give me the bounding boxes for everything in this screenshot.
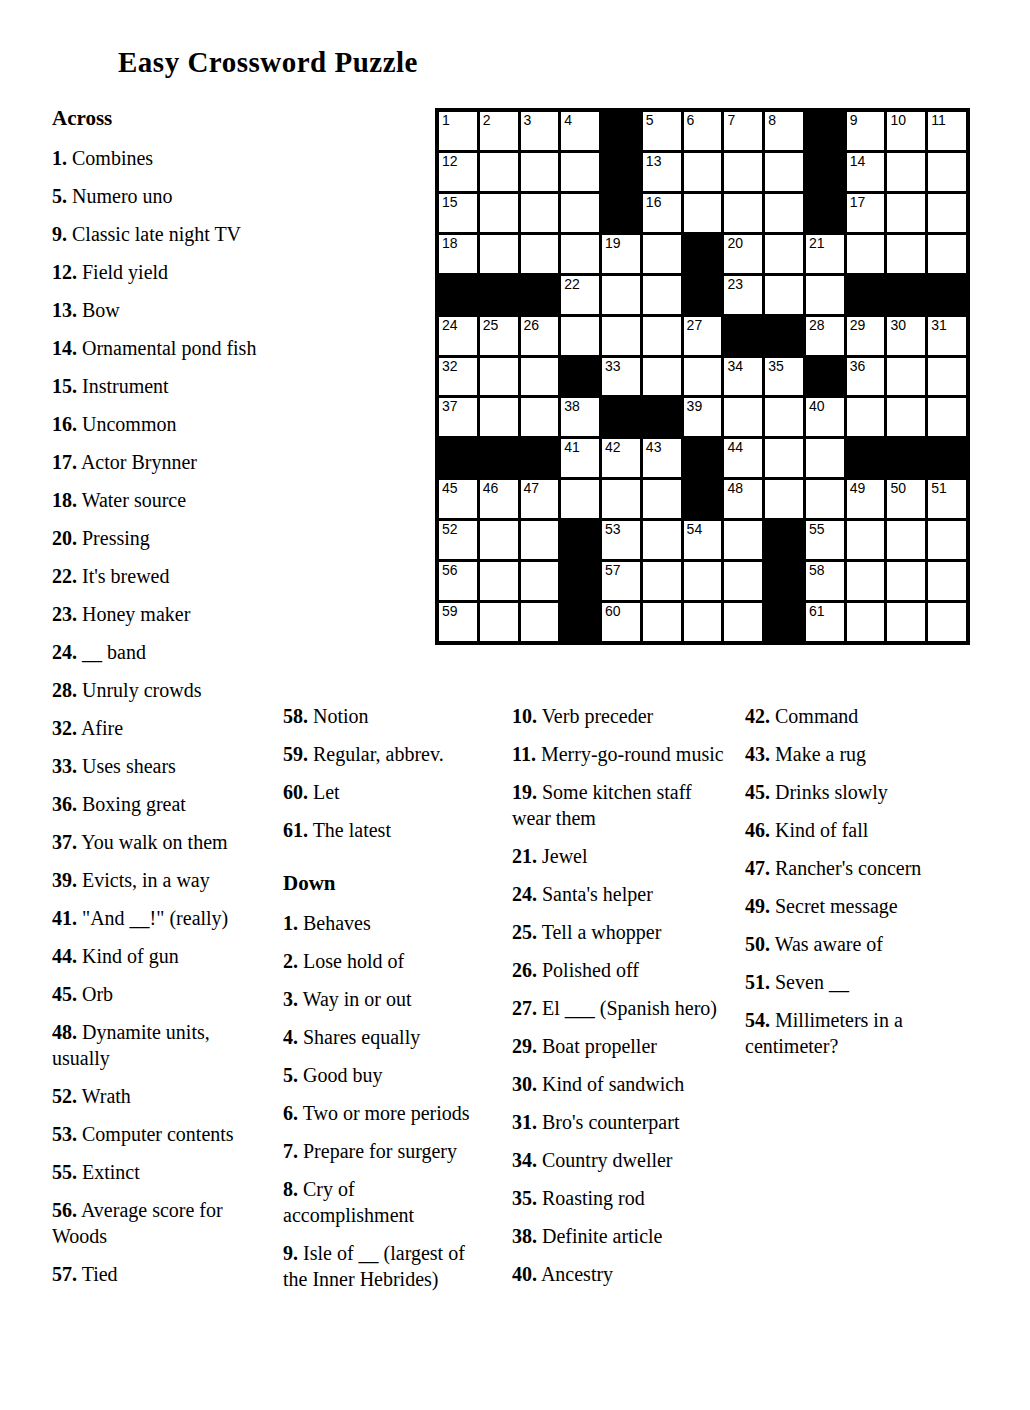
block-cell: [602, 398, 640, 436]
letter-cell[interactable]: [643, 562, 681, 600]
cell-number: 14: [850, 153, 866, 170]
cell-number: 59: [442, 603, 458, 620]
cell-number: 17: [850, 194, 866, 211]
letter-cell[interactable]: [928, 603, 966, 641]
clue-number: 17.: [52, 451, 77, 473]
clue-number: 42.: [745, 705, 770, 727]
letter-cell[interactable]: [643, 358, 681, 396]
letter-cell[interactable]: 29: [847, 317, 885, 355]
letter-cell[interactable]: 2: [480, 112, 518, 150]
letter-cell[interactable]: [561, 317, 599, 355]
clue-number: 20.: [52, 527, 77, 549]
letter-cell[interactable]: [602, 480, 640, 518]
letter-cell[interactable]: 33: [602, 358, 640, 396]
clue-across-24: 24. __ band: [52, 639, 257, 665]
letter-cell[interactable]: [724, 398, 762, 436]
letter-cell[interactable]: [928, 398, 966, 436]
block-cell: [928, 439, 966, 477]
block-cell: [684, 235, 722, 273]
block-cell: [847, 276, 885, 314]
letter-cell[interactable]: 30: [887, 317, 925, 355]
letter-cell[interactable]: 34: [724, 358, 762, 396]
clue-number: 61.: [283, 819, 308, 841]
letter-cell[interactable]: [887, 194, 925, 232]
letter-cell[interactable]: [480, 562, 518, 600]
letter-cell[interactable]: 28: [806, 317, 844, 355]
cell-number: 4: [564, 112, 572, 129]
letter-cell[interactable]: 36: [847, 358, 885, 396]
letter-cell[interactable]: [928, 153, 966, 191]
clue-down-38: 38. Definite article: [512, 1223, 724, 1249]
letter-cell[interactable]: 39: [684, 398, 722, 436]
block-cell: [684, 480, 722, 518]
block-cell: [765, 562, 803, 600]
letter-cell[interactable]: 10: [887, 112, 925, 150]
letter-cell[interactable]: 1: [439, 112, 477, 150]
clue-across-39: 39. Evicts, in a way: [52, 867, 257, 893]
clue-number: 1.: [52, 147, 67, 169]
cell-number: 57: [605, 562, 621, 579]
cell-number: 40: [809, 398, 825, 415]
letter-cell[interactable]: [521, 562, 559, 600]
clue-down-35: 35. Roasting rod: [512, 1185, 724, 1211]
cell-number: 2: [483, 112, 491, 129]
clue-down-27: 27. El ___ (Spanish hero): [512, 995, 724, 1021]
letter-cell[interactable]: [765, 276, 803, 314]
clue-number: 49.: [745, 895, 770, 917]
letter-cell[interactable]: [521, 398, 559, 436]
clue-down-8: 8. Cry of accomplishment: [283, 1176, 485, 1228]
clue-across-18: 18. Water source: [52, 487, 257, 513]
cell-number: 45: [442, 480, 458, 497]
letter-cell[interactable]: [928, 521, 966, 559]
clue-down-5: 5. Good buy: [283, 1062, 485, 1088]
letter-cell[interactable]: 31: [928, 317, 966, 355]
clue-number: 31.: [512, 1111, 537, 1133]
letter-cell[interactable]: [806, 439, 844, 477]
letter-cell[interactable]: [602, 317, 640, 355]
cell-number: 56: [442, 562, 458, 579]
cell-number: 49: [850, 480, 866, 497]
letter-cell[interactable]: [643, 276, 681, 314]
letter-cell[interactable]: [847, 603, 885, 641]
block-cell: [887, 276, 925, 314]
letter-cell[interactable]: [480, 153, 518, 191]
letter-cell[interactable]: [521, 194, 559, 232]
clue-down-31: 31. Bro's counterpart: [512, 1109, 724, 1135]
clue-number: 10.: [512, 705, 537, 727]
cell-number: 38: [564, 398, 580, 415]
letter-cell[interactable]: [561, 153, 599, 191]
letter-cell[interactable]: [928, 358, 966, 396]
clue-number: 14.: [52, 337, 77, 359]
clue-down-21: 21. Jewel: [512, 843, 724, 869]
letter-cell[interactable]: [765, 194, 803, 232]
clue-down-46: 46. Kind of fall: [745, 817, 973, 843]
letter-cell[interactable]: 6: [684, 112, 722, 150]
cell-number: 53: [605, 521, 621, 538]
letter-cell[interactable]: [521, 603, 559, 641]
block-cell: [765, 317, 803, 355]
block-cell: [806, 194, 844, 232]
letter-cell[interactable]: [602, 276, 640, 314]
clue-across-20: 20. Pressing: [52, 525, 257, 551]
letter-cell[interactable]: [521, 153, 559, 191]
clue-number: 9.: [283, 1242, 298, 1264]
letter-cell[interactable]: [724, 603, 762, 641]
clue-across-12: 12. Field yield: [52, 259, 257, 285]
clue-number: 44.: [52, 945, 77, 967]
clue-number: 33.: [52, 755, 77, 777]
clue-number: 52.: [52, 1085, 77, 1107]
letter-cell[interactable]: [928, 194, 966, 232]
letter-cell[interactable]: [521, 521, 559, 559]
letter-cell[interactable]: [724, 153, 762, 191]
cell-number: 47: [524, 480, 540, 497]
letter-cell[interactable]: 60: [602, 603, 640, 641]
cell-number: 52: [442, 521, 458, 538]
letter-cell[interactable]: 13: [643, 153, 681, 191]
letter-cell[interactable]: 52: [439, 521, 477, 559]
cell-number: 6: [687, 112, 695, 129]
cell-number: 10: [890, 112, 906, 129]
letter-cell[interactable]: 56: [439, 562, 477, 600]
down-header: Down: [283, 870, 485, 896]
letter-cell[interactable]: [643, 235, 681, 273]
letter-cell[interactable]: [928, 235, 966, 273]
clue-down-25: 25. Tell a whopper: [512, 919, 724, 945]
letter-cell[interactable]: [887, 153, 925, 191]
letter-cell[interactable]: [847, 521, 885, 559]
letter-cell[interactable]: [643, 480, 681, 518]
block-cell: [480, 276, 518, 314]
letter-cell[interactable]: [521, 358, 559, 396]
letter-cell[interactable]: [521, 235, 559, 273]
clue-across-53: 53. Computer contents: [52, 1121, 257, 1147]
letter-cell[interactable]: 42: [602, 439, 640, 477]
clue-number: 7.: [283, 1140, 298, 1162]
clue-down-9: 9. Isle of __ (largest of the Inner Hebr…: [283, 1240, 485, 1292]
cell-number: 5: [646, 112, 654, 129]
letter-cell[interactable]: 14: [847, 153, 885, 191]
block-cell: [643, 398, 681, 436]
cell-number: 60: [605, 603, 621, 620]
cell-number: 44: [727, 439, 743, 456]
clue-number: 32.: [52, 717, 77, 739]
clue-down-51: 51. Seven __: [745, 969, 973, 995]
page-title: Easy Crossword Puzzle: [118, 46, 418, 79]
letter-cell[interactable]: [480, 603, 518, 641]
letter-cell[interactable]: 49: [847, 480, 885, 518]
cell-number: 42: [605, 439, 621, 456]
clue-number: 34.: [512, 1149, 537, 1171]
clue-down-24: 24. Santa's helper: [512, 881, 724, 907]
letter-cell[interactable]: 16: [643, 194, 681, 232]
clue-down-40: 40. Ancestry: [512, 1261, 724, 1287]
clue-number: 43.: [745, 743, 770, 765]
letter-cell[interactable]: 8: [765, 112, 803, 150]
clue-down-47: 47. Rancher's concern: [745, 855, 973, 881]
letter-cell[interactable]: 5: [643, 112, 681, 150]
clue-number: 9.: [52, 223, 67, 245]
clue-down-54: 54. Millimeters in a centimeter?: [745, 1007, 973, 1059]
cell-number: 36: [850, 358, 866, 375]
clue-number: 6.: [283, 1102, 298, 1124]
letter-cell[interactable]: [887, 603, 925, 641]
clue-across-1: 1. Combines: [52, 145, 257, 171]
letter-cell[interactable]: 40: [806, 398, 844, 436]
clue-down-50: 50. Was aware of: [745, 931, 973, 957]
clue-down-49: 49. Secret message: [745, 893, 973, 919]
letter-cell[interactable]: [765, 480, 803, 518]
letter-cell[interactable]: 50: [887, 480, 925, 518]
cell-number: 24: [442, 317, 458, 334]
cell-number: 34: [727, 358, 743, 375]
block-cell: [561, 358, 599, 396]
cell-number: 13: [646, 153, 662, 170]
letter-cell[interactable]: 15: [439, 194, 477, 232]
clue-number: 29.: [512, 1035, 537, 1057]
letter-cell[interactable]: [847, 562, 885, 600]
clue-number: 18.: [52, 489, 77, 511]
clue-across-9: 9. Classic late night TV: [52, 221, 257, 247]
clue-number: 24.: [512, 883, 537, 905]
letter-cell[interactable]: [887, 398, 925, 436]
clue-down-4: 4. Shares equally: [283, 1024, 485, 1050]
block-cell: [806, 358, 844, 396]
clue-down-3: 3. Way in or out: [283, 986, 485, 1012]
clue-down-45: 45. Drinks slowly: [745, 779, 973, 805]
block-cell: [521, 276, 559, 314]
clue-number: 5.: [52, 185, 67, 207]
cell-number: 46: [483, 480, 499, 497]
letter-cell[interactable]: [480, 235, 518, 273]
letter-cell[interactable]: [887, 358, 925, 396]
letter-cell[interactable]: 53: [602, 521, 640, 559]
clue-across-61: 61. The latest: [283, 817, 485, 843]
letter-cell[interactable]: [765, 153, 803, 191]
cell-number: 30: [890, 317, 906, 334]
cell-number: 58: [809, 562, 825, 579]
clue-across-37: 37. You walk on them: [52, 829, 257, 855]
clue-down-19: 19. Some kitchen staff wear them: [512, 779, 724, 831]
letter-cell[interactable]: 41: [561, 439, 599, 477]
down-clues-part2: 10. Verb preceder11. Merry-go-round musi…: [512, 703, 724, 1287]
letter-cell[interactable]: [684, 562, 722, 600]
letter-cell[interactable]: [643, 317, 681, 355]
clue-number: 57.: [52, 1263, 77, 1285]
block-cell: [847, 439, 885, 477]
cell-number: 28: [809, 317, 825, 334]
letter-cell[interactable]: 32: [439, 358, 477, 396]
letter-cell[interactable]: 4: [561, 112, 599, 150]
clue-across-59: 59. Regular, abbrev.: [283, 741, 485, 767]
letter-cell[interactable]: [724, 521, 762, 559]
letter-cell[interactable]: 45: [439, 480, 477, 518]
letter-cell[interactable]: [480, 358, 518, 396]
clue-across-5: 5. Numero uno: [52, 183, 257, 209]
letter-cell[interactable]: [561, 235, 599, 273]
cell-number: 22: [564, 276, 580, 293]
letter-cell[interactable]: 20: [724, 235, 762, 273]
cell-number: 35: [768, 358, 784, 375]
cell-number: 33: [605, 358, 621, 375]
down-clues-part1: 1. Behaves2. Lose hold of3. Way in or ou…: [283, 910, 485, 1292]
clue-number: 47.: [745, 857, 770, 879]
letter-cell[interactable]: 58: [806, 562, 844, 600]
letter-cell[interactable]: 12: [439, 153, 477, 191]
letter-cell[interactable]: [643, 521, 681, 559]
cell-number: 19: [605, 235, 621, 252]
letter-cell[interactable]: [684, 603, 722, 641]
letter-cell[interactable]: 21: [806, 235, 844, 273]
clue-down-1: 1. Behaves: [283, 910, 485, 936]
letter-cell[interactable]: 9: [847, 112, 885, 150]
letter-cell[interactable]: [561, 480, 599, 518]
clue-number: 36.: [52, 793, 77, 815]
cell-number: 55: [809, 521, 825, 538]
cell-number: 50: [890, 480, 906, 497]
letter-cell[interactable]: [847, 398, 885, 436]
block-cell: [928, 276, 966, 314]
letter-cell[interactable]: [765, 439, 803, 477]
clue-across-57: 57. Tied: [52, 1261, 257, 1287]
letter-cell[interactable]: [561, 194, 599, 232]
letter-cell[interactable]: [724, 194, 762, 232]
letter-cell[interactable]: 26: [521, 317, 559, 355]
cell-number: 27: [687, 317, 703, 334]
clue-column-3: 10. Verb preceder11. Merry-go-round musi…: [512, 703, 724, 1299]
letter-cell[interactable]: 24: [439, 317, 477, 355]
letter-cell[interactable]: [480, 398, 518, 436]
clue-number: 41.: [52, 907, 77, 929]
letter-cell[interactable]: 25: [480, 317, 518, 355]
letter-cell[interactable]: 3: [521, 112, 559, 150]
letter-cell[interactable]: [480, 521, 518, 559]
letter-cell[interactable]: 51: [928, 480, 966, 518]
letter-cell[interactable]: 19: [602, 235, 640, 273]
block-cell: [439, 439, 477, 477]
letter-cell[interactable]: [806, 276, 844, 314]
cell-number: 23: [727, 276, 743, 293]
letter-cell[interactable]: [643, 603, 681, 641]
clue-number: 23.: [52, 603, 77, 625]
clue-number: 45.: [52, 983, 77, 1005]
clue-number: 35.: [512, 1187, 537, 1209]
clue-number: 58.: [283, 705, 308, 727]
letter-cell[interactable]: 57: [602, 562, 640, 600]
letter-cell[interactable]: 7: [724, 112, 762, 150]
letter-cell[interactable]: [765, 398, 803, 436]
cell-number: 29: [850, 317, 866, 334]
letter-cell[interactable]: [480, 194, 518, 232]
cell-number: 9: [850, 112, 858, 129]
clue-across-13: 13. Bow: [52, 297, 257, 323]
clue-number: 8.: [283, 1178, 298, 1200]
letter-cell[interactable]: [806, 480, 844, 518]
letter-cell[interactable]: 38: [561, 398, 599, 436]
block-cell: [521, 439, 559, 477]
clue-number: 38.: [512, 1225, 537, 1247]
cell-number: 25: [483, 317, 499, 334]
clue-number: 22.: [52, 565, 77, 587]
block-cell: [806, 112, 844, 150]
block-cell: [684, 439, 722, 477]
letter-cell[interactable]: 35: [765, 358, 803, 396]
clue-across-17: 17. Actor Brynner: [52, 449, 257, 475]
cell-number: 54: [687, 521, 703, 538]
block-cell: [439, 276, 477, 314]
letter-cell[interactable]: 46: [480, 480, 518, 518]
letter-cell[interactable]: 23: [724, 276, 762, 314]
clue-across-45: 45. Orb: [52, 981, 257, 1007]
cell-number: 7: [727, 112, 735, 129]
letter-cell[interactable]: [724, 562, 762, 600]
letter-cell[interactable]: 48: [724, 480, 762, 518]
letter-cell[interactable]: [887, 521, 925, 559]
letter-cell[interactable]: [928, 562, 966, 600]
clue-number: 45.: [745, 781, 770, 803]
cell-number: 61: [809, 603, 825, 620]
clue-down-7: 7. Prepare for surgery: [283, 1138, 485, 1164]
letter-cell[interactable]: 44: [724, 439, 762, 477]
clue-number: 1.: [283, 912, 298, 934]
clue-number: 48.: [52, 1021, 77, 1043]
clue-down-42: 42. Command: [745, 703, 973, 729]
clue-across-60: 60. Let: [283, 779, 485, 805]
block-cell: [684, 276, 722, 314]
clue-number: 60.: [283, 781, 308, 803]
clue-number: 3.: [283, 988, 298, 1010]
letter-cell[interactable]: 61: [806, 603, 844, 641]
cell-number: 41: [564, 439, 580, 456]
letter-cell[interactable]: 27: [684, 317, 722, 355]
letter-cell[interactable]: [887, 562, 925, 600]
letter-cell[interactable]: [887, 235, 925, 273]
clue-column-2: 58. Notion59. Regular, abbrev.60. Let61.…: [283, 703, 485, 1304]
clue-number: 55.: [52, 1161, 77, 1183]
letter-cell[interactable]: [684, 153, 722, 191]
letter-cell[interactable]: [765, 235, 803, 273]
clue-down-43: 43. Make a rug: [745, 741, 973, 767]
across-clues-part2: 58. Notion59. Regular, abbrev.60. Let61.…: [283, 703, 485, 843]
letter-cell[interactable]: [847, 235, 885, 273]
block-cell: [561, 562, 599, 600]
crossword-grid: 1234567891011121314151617181920212223242…: [435, 108, 970, 645]
clue-across-48: 48. Dynamite units, usually: [52, 1019, 257, 1071]
letter-cell[interactable]: 55: [806, 521, 844, 559]
letter-cell[interactable]: 59: [439, 603, 477, 641]
clue-across-32: 32. Afire: [52, 715, 257, 741]
letter-cell[interactable]: 17: [847, 194, 885, 232]
letter-cell[interactable]: [684, 358, 722, 396]
letter-cell[interactable]: 18: [439, 235, 477, 273]
clue-across-16: 16. Uncommon: [52, 411, 257, 437]
clue-down-10: 10. Verb preceder: [512, 703, 724, 729]
letter-cell[interactable]: 22: [561, 276, 599, 314]
clue-across-36: 36. Boxing great: [52, 791, 257, 817]
clue-number: 12.: [52, 261, 77, 283]
clue-down-26: 26. Polished off: [512, 957, 724, 983]
block-cell: [765, 603, 803, 641]
cell-number: 48: [727, 480, 743, 497]
letter-cell[interactable]: 47: [521, 480, 559, 518]
letter-cell[interactable]: [684, 194, 722, 232]
letter-cell[interactable]: 54: [684, 521, 722, 559]
letter-cell[interactable]: 43: [643, 439, 681, 477]
letter-cell[interactable]: 11: [928, 112, 966, 150]
letter-cell[interactable]: 37: [439, 398, 477, 436]
